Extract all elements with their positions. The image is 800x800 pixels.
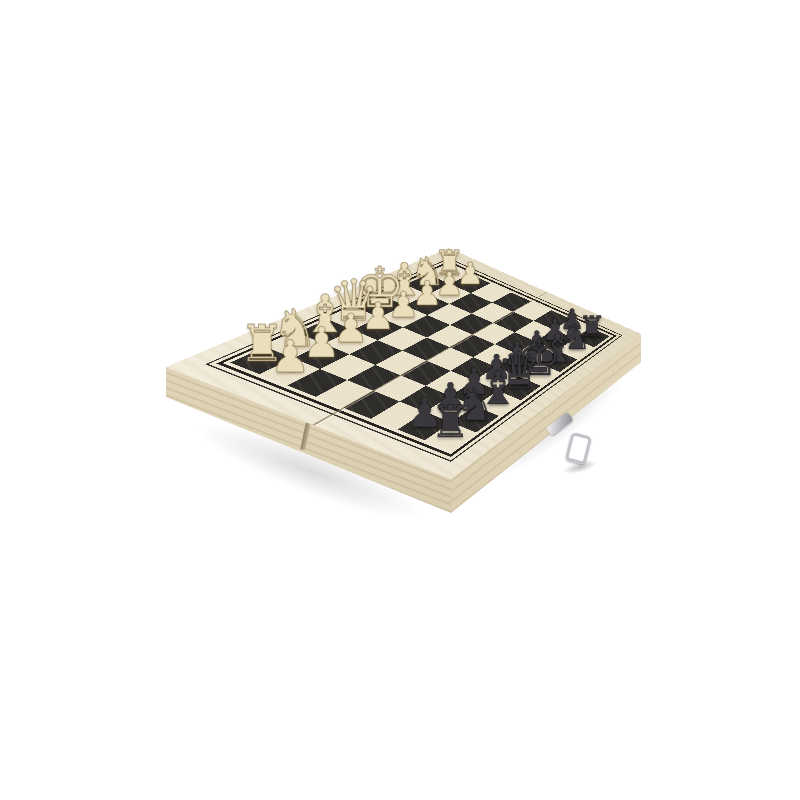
chess-set-product-photo: ♜♞♝♛♚♝♞♜♟♟♟♟♟♟♟♟♟♟♟♟♟♟♟♟♜♞♝♛♚♝♞♜ [0,0,800,800]
